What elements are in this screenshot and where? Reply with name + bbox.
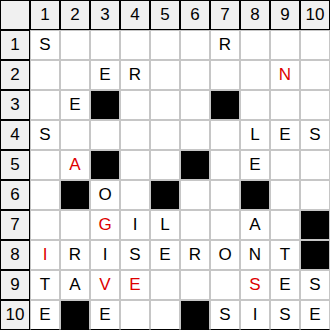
col-header-9: 9 [270, 0, 300, 30]
cell-r6c10[interactable] [300, 180, 330, 210]
cell-r7c7[interactable] [210, 210, 240, 240]
cell-r8c2[interactable]: R [60, 240, 90, 270]
cell-r2c3[interactable]: E [90, 60, 120, 90]
cell-r2c6[interactable] [180, 60, 210, 90]
cell-r6c2 [60, 180, 90, 210]
cell-r3c4[interactable] [120, 90, 150, 120]
cell-r3c1[interactable] [30, 90, 60, 120]
row-header-9: 9 [0, 270, 30, 300]
row-header-10: 10 [0, 300, 30, 330]
row-header-4: 4 [0, 120, 30, 150]
cell-r3c7 [210, 90, 240, 120]
cell-r9c9[interactable]: E [270, 270, 300, 300]
cell-r2c2[interactable] [60, 60, 90, 90]
cell-r8c10 [300, 240, 330, 270]
cell-r6c7[interactable] [210, 180, 240, 210]
cell-r10c8[interactable]: I [240, 300, 270, 330]
cell-r4c6[interactable] [180, 120, 210, 150]
cell-r8c4[interactable]: S [120, 240, 150, 270]
cell-r2c9[interactable]: N [270, 60, 300, 90]
cell-r6c1[interactable] [30, 180, 60, 210]
cell-r5c3 [90, 150, 120, 180]
cell-r2c7[interactable] [210, 60, 240, 90]
cell-r8c6[interactable]: R [180, 240, 210, 270]
cell-r1c4[interactable] [120, 30, 150, 60]
cell-r1c8[interactable] [240, 30, 270, 60]
cell-r2c10[interactable] [300, 60, 330, 90]
cell-r4c2[interactable] [60, 120, 90, 150]
cell-r5c2[interactable]: A [60, 150, 90, 180]
cell-r8c1[interactable]: I [30, 240, 60, 270]
cell-r1c7[interactable]: R [210, 30, 240, 60]
cell-r5c10[interactable] [300, 150, 330, 180]
cell-r7c5[interactable]: L [150, 210, 180, 240]
cell-r10c9[interactable]: S [270, 300, 300, 330]
cell-r8c3[interactable]: I [90, 240, 120, 270]
cell-r9c8[interactable]: S [240, 270, 270, 300]
cell-r7c10 [300, 210, 330, 240]
col-header-1: 1 [30, 0, 60, 30]
cell-r1c1[interactable]: S [30, 30, 60, 60]
cell-r6c3[interactable]: O [90, 180, 120, 210]
cell-r10c7[interactable]: S [210, 300, 240, 330]
cell-r5c4[interactable] [120, 150, 150, 180]
cell-r7c3[interactable]: G [90, 210, 120, 240]
cell-r9c7[interactable] [210, 270, 240, 300]
cell-r4c10[interactable]: S [300, 120, 330, 150]
cell-r6c8 [240, 180, 270, 210]
cell-r8c7[interactable]: O [210, 240, 240, 270]
cell-r6c6[interactable] [180, 180, 210, 210]
cell-r7c1[interactable] [30, 210, 60, 240]
cell-r9c2[interactable]: A [60, 270, 90, 300]
cell-r10c4[interactable] [120, 300, 150, 330]
cell-r3c2[interactable]: E [60, 90, 90, 120]
row-header-8: 8 [0, 240, 30, 270]
cell-r4c8[interactable]: L [240, 120, 270, 150]
col-header-4: 4 [120, 0, 150, 30]
cell-r1c9[interactable] [270, 30, 300, 60]
cell-r4c4[interactable] [120, 120, 150, 150]
col-header-5: 5 [150, 0, 180, 30]
cell-r7c6[interactable] [180, 210, 210, 240]
row-header-5: 5 [0, 150, 30, 180]
cell-r1c6[interactable] [180, 30, 210, 60]
cell-r2c8[interactable] [240, 60, 270, 90]
cell-r3c9[interactable] [270, 90, 300, 120]
cell-r2c4[interactable]: R [120, 60, 150, 90]
cell-r8c9[interactable]: T [270, 240, 300, 270]
crossword-grid: 123456789101SR2ERN3E4SLES5AE6O7GILA8IRIS… [0, 0, 330, 330]
row-header-2: 2 [0, 60, 30, 90]
col-header-8: 8 [240, 0, 270, 30]
cell-r1c2[interactable] [60, 30, 90, 60]
cell-r5c1[interactable] [30, 150, 60, 180]
cell-r10c2 [60, 300, 90, 330]
cell-r5c9[interactable] [270, 150, 300, 180]
row-header-6: 6 [0, 180, 30, 210]
cell-r4c7[interactable] [210, 120, 240, 150]
cell-r3c8[interactable] [240, 90, 270, 120]
row-header-1: 1 [0, 30, 30, 60]
cell-r3c6[interactable] [180, 90, 210, 120]
cell-r7c9[interactable] [270, 210, 300, 240]
cell-r3c10[interactable] [300, 90, 330, 120]
cell-r6c9[interactable] [270, 180, 300, 210]
row-header-3: 3 [0, 90, 30, 120]
cell-r9c4[interactable]: E [120, 270, 150, 300]
cell-r9c6[interactable] [180, 270, 210, 300]
cell-r7c4[interactable]: I [120, 210, 150, 240]
col-header-3: 3 [90, 0, 120, 30]
cell-r10c5[interactable] [150, 300, 180, 330]
cell-r1c5[interactable] [150, 30, 180, 60]
cell-r5c8[interactable]: E [240, 150, 270, 180]
cell-r7c2[interactable] [60, 210, 90, 240]
cell-r5c7[interactable] [210, 150, 240, 180]
cell-r8c8[interactable]: N [240, 240, 270, 270]
cell-r10c6 [180, 300, 210, 330]
cell-r4c5[interactable] [150, 120, 180, 150]
cell-r9c1[interactable]: T [30, 270, 60, 300]
cell-r1c10[interactable] [300, 30, 330, 60]
cell-r7c8[interactable]: A [240, 210, 270, 240]
cell-r10c1[interactable]: E [30, 300, 60, 330]
cell-r10c10[interactable]: E [300, 300, 330, 330]
cell-r6c5 [150, 180, 180, 210]
cell-r9c10[interactable]: S [300, 270, 330, 300]
cell-r5c6 [180, 150, 210, 180]
crossword-board: 123456789101SR2ERN3E4SLES5AE6O7GILA8IRIS… [0, 0, 330, 330]
cell-r2c5[interactable] [150, 60, 180, 90]
corner-cell [0, 0, 30, 30]
cell-r8c5[interactable]: E [150, 240, 180, 270]
cell-r10c3[interactable]: E [90, 300, 120, 330]
cell-r3c3 [90, 90, 120, 120]
cell-r3c5[interactable] [150, 90, 180, 120]
col-header-2: 2 [60, 0, 90, 30]
cell-r6c4[interactable] [120, 180, 150, 210]
cell-r4c3[interactable] [90, 120, 120, 150]
col-header-7: 7 [210, 0, 240, 30]
cell-r1c3[interactable] [90, 30, 120, 60]
col-header-10: 10 [300, 0, 330, 30]
cell-r5c5[interactable] [150, 150, 180, 180]
cell-r9c3[interactable]: V [90, 270, 120, 300]
cell-r9c5[interactable] [150, 270, 180, 300]
row-header-7: 7 [0, 210, 30, 240]
cell-r2c1[interactable] [30, 60, 60, 90]
cell-r4c1[interactable]: S [30, 120, 60, 150]
col-header-6: 6 [180, 0, 210, 30]
cell-r4c9[interactable]: E [270, 120, 300, 150]
